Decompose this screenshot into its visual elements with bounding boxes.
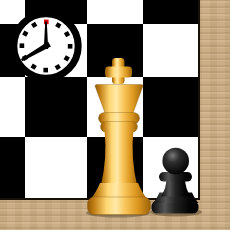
king-cross	[105, 67, 132, 78]
white-king-piece	[84, 56, 154, 218]
black-pawn-piece	[146, 144, 204, 218]
king-crown	[95, 85, 143, 115]
board-square	[0, 137, 25, 198]
clock-tick	[68, 44, 73, 49]
pawn-head	[162, 148, 189, 175]
chess-app-icon[interactable]	[0, 0, 230, 230]
king-base-flare	[91, 183, 147, 199]
chess-clock	[10, 10, 82, 82]
clock-tick	[43, 68, 48, 73]
board-square	[143, 0, 198, 24]
board-square	[25, 137, 87, 198]
clock-pivot	[43, 43, 48, 48]
clock-tick	[20, 43, 25, 48]
board-square	[0, 77, 25, 137]
king-body	[101, 130, 137, 186]
board-square	[25, 77, 87, 137]
king-base	[88, 197, 151, 215]
board-square	[87, 0, 143, 24]
